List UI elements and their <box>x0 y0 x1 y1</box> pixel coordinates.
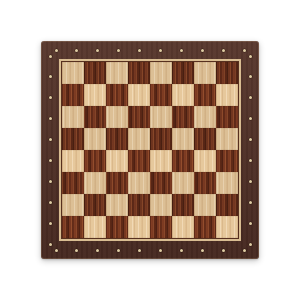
stud-left-6 <box>49 180 52 183</box>
square-c4[interactable] <box>106 150 128 172</box>
square-a1[interactable] <box>62 216 84 238</box>
square-g4[interactable] <box>194 150 216 172</box>
square-g3[interactable] <box>194 172 216 194</box>
square-a4[interactable] <box>62 150 84 172</box>
square-c3[interactable] <box>106 172 128 194</box>
square-a7[interactable] <box>62 84 84 106</box>
square-a3[interactable] <box>62 172 84 194</box>
stud-top-6 <box>180 49 183 52</box>
stud-bottom-2 <box>96 249 99 252</box>
square-b6[interactable] <box>84 106 106 128</box>
square-a6[interactable] <box>62 106 84 128</box>
square-f3[interactable] <box>172 172 194 194</box>
stud-top-0 <box>55 49 58 52</box>
square-a2[interactable] <box>62 194 84 216</box>
stud-top-7 <box>201 49 204 52</box>
square-a5[interactable] <box>62 128 84 150</box>
stud-left-9 <box>49 243 52 246</box>
square-d2[interactable] <box>128 194 150 216</box>
square-d1[interactable] <box>128 216 150 238</box>
square-b4[interactable] <box>84 150 106 172</box>
stud-right-2 <box>249 96 252 99</box>
stud-left-7 <box>49 201 52 204</box>
square-g2[interactable] <box>194 194 216 216</box>
product-photo-background <box>0 0 300 300</box>
stud-right-0 <box>249 55 252 58</box>
square-f7[interactable] <box>172 84 194 106</box>
stud-top-4 <box>138 49 141 52</box>
board-grid <box>61 61 239 239</box>
stud-left-3 <box>49 117 52 120</box>
stud-bottom-8 <box>222 249 225 252</box>
square-f2[interactable] <box>172 194 194 216</box>
square-c8[interactable] <box>106 62 128 84</box>
square-d4[interactable] <box>128 150 150 172</box>
square-g5[interactable] <box>194 128 216 150</box>
square-h6[interactable] <box>216 106 238 128</box>
square-h4[interactable] <box>216 150 238 172</box>
square-d6[interactable] <box>128 106 150 128</box>
square-c6[interactable] <box>106 106 128 128</box>
square-c5[interactable] <box>106 128 128 150</box>
square-d5[interactable] <box>128 128 150 150</box>
square-e1[interactable] <box>150 216 172 238</box>
stud-left-8 <box>49 222 52 225</box>
stud-bottom-3 <box>117 249 120 252</box>
stud-bottom-6 <box>180 249 183 252</box>
stud-left-5 <box>49 159 52 162</box>
square-e3[interactable] <box>150 172 172 194</box>
square-f5[interactable] <box>172 128 194 150</box>
square-f4[interactable] <box>172 150 194 172</box>
square-g8[interactable] <box>194 62 216 84</box>
stud-top-9 <box>243 49 246 52</box>
board-trim-line <box>59 59 241 241</box>
stud-bottom-9 <box>243 249 246 252</box>
stud-right-3 <box>249 117 252 120</box>
square-e8[interactable] <box>150 62 172 84</box>
square-h3[interactable] <box>216 172 238 194</box>
stud-right-7 <box>249 201 252 204</box>
stud-right-4 <box>249 138 252 141</box>
square-e4[interactable] <box>150 150 172 172</box>
stud-right-9 <box>249 243 252 246</box>
square-c1[interactable] <box>106 216 128 238</box>
square-g7[interactable] <box>194 84 216 106</box>
stud-top-3 <box>117 49 120 52</box>
square-c2[interactable] <box>106 194 128 216</box>
stud-left-2 <box>49 96 52 99</box>
stud-left-1 <box>49 75 52 78</box>
square-f1[interactable] <box>172 216 194 238</box>
chess-board[interactable] <box>41 41 259 259</box>
stud-left-0 <box>49 55 52 58</box>
stud-bottom-5 <box>159 249 162 252</box>
stud-right-5 <box>249 159 252 162</box>
square-h1[interactable] <box>216 216 238 238</box>
stud-top-2 <box>96 49 99 52</box>
square-g6[interactable] <box>194 106 216 128</box>
stud-bottom-7 <box>201 249 204 252</box>
square-f6[interactable] <box>172 106 194 128</box>
square-d8[interactable] <box>128 62 150 84</box>
square-h5[interactable] <box>216 128 238 150</box>
square-h8[interactable] <box>216 62 238 84</box>
stud-top-1 <box>75 49 78 52</box>
square-e2[interactable] <box>150 194 172 216</box>
square-b1[interactable] <box>84 216 106 238</box>
square-b7[interactable] <box>84 84 106 106</box>
stud-right-1 <box>249 75 252 78</box>
stud-bottom-4 <box>138 249 141 252</box>
square-b8[interactable] <box>84 62 106 84</box>
square-e6[interactable] <box>150 106 172 128</box>
stud-right-8 <box>249 222 252 225</box>
square-d7[interactable] <box>128 84 150 106</box>
stud-right-6 <box>249 180 252 183</box>
square-a8[interactable] <box>62 62 84 84</box>
square-d3[interactable] <box>128 172 150 194</box>
square-g1[interactable] <box>194 216 216 238</box>
square-b5[interactable] <box>84 128 106 150</box>
square-e5[interactable] <box>150 128 172 150</box>
stud-left-4 <box>49 138 52 141</box>
square-b3[interactable] <box>84 172 106 194</box>
square-e7[interactable] <box>150 84 172 106</box>
square-b2[interactable] <box>84 194 106 216</box>
stud-bottom-1 <box>75 249 78 252</box>
stud-bottom-0 <box>55 249 58 252</box>
stud-top-5 <box>159 49 162 52</box>
square-h2[interactable] <box>216 194 238 216</box>
square-h7[interactable] <box>216 84 238 106</box>
stud-top-8 <box>222 49 225 52</box>
square-f8[interactable] <box>172 62 194 84</box>
square-c7[interactable] <box>106 84 128 106</box>
